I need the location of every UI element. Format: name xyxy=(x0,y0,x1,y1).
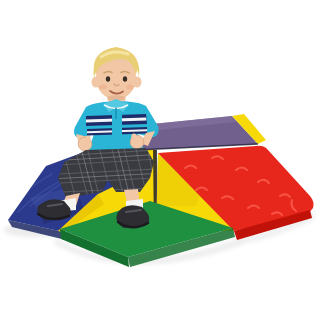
eye-left xyxy=(106,76,110,82)
cheek-left xyxy=(99,85,107,90)
scene-illustration xyxy=(0,0,320,320)
eye-right xyxy=(123,76,127,82)
product-photo xyxy=(0,0,320,320)
thumb-left xyxy=(85,136,90,142)
thumb-right xyxy=(131,134,136,140)
cheek-right xyxy=(126,85,134,90)
